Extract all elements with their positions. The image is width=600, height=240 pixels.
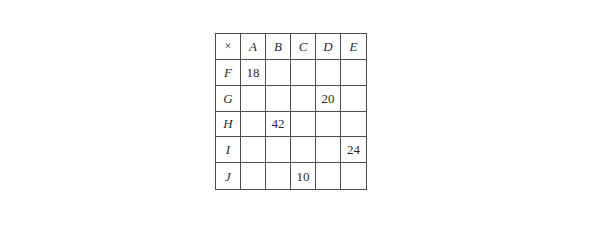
- cell-J-C: 10: [291, 163, 316, 189]
- cell-F-A: 18: [241, 60, 266, 86]
- cell-G-A: [241, 86, 266, 112]
- cell-I-E: 24: [341, 137, 366, 163]
- cell-J-A: [241, 163, 266, 189]
- cell-F-D: [316, 60, 341, 86]
- corner-times-symbol: ×: [216, 34, 241, 60]
- col-header-B: B: [266, 34, 291, 60]
- cell-J-D: [316, 163, 341, 189]
- col-header-D: D: [316, 34, 341, 60]
- row-header-H: H: [216, 112, 241, 138]
- cell-G-C: [291, 86, 316, 112]
- col-header-C: C: [291, 34, 316, 60]
- row-header-I: I: [216, 137, 241, 163]
- cell-H-C: [291, 112, 316, 138]
- cell-G-D: 20: [316, 86, 341, 112]
- cell-I-A: [241, 137, 266, 163]
- row-header-J: J: [216, 163, 241, 189]
- cell-J-E: [341, 163, 366, 189]
- cell-H-D: [316, 112, 341, 138]
- cell-G-E: [341, 86, 366, 112]
- cell-F-C: [291, 60, 316, 86]
- cell-I-D: [316, 137, 341, 163]
- row-header-G: G: [216, 86, 241, 112]
- cell-H-B: 42: [266, 112, 291, 138]
- cell-H-E: [341, 112, 366, 138]
- multiplication-grid: × A B C D E F 18 G 20 H 42 I 24 J 10: [215, 33, 367, 190]
- cell-F-B: [266, 60, 291, 86]
- row-header-F: F: [216, 60, 241, 86]
- col-header-E: E: [341, 34, 366, 60]
- cell-I-B: [266, 137, 291, 163]
- cell-G-B: [266, 86, 291, 112]
- cell-F-E: [341, 60, 366, 86]
- cell-J-B: [266, 163, 291, 189]
- cell-H-A: [241, 112, 266, 138]
- cell-I-C: [291, 137, 316, 163]
- col-header-A: A: [241, 34, 266, 60]
